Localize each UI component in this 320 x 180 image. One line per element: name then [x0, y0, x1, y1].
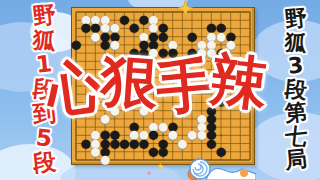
- left-banner-char: 段: [32, 149, 57, 176]
- right-banner-char: 局: [284, 147, 308, 173]
- wave-decoration: [184, 156, 256, 180]
- right-banner-char: 3: [287, 53, 305, 78]
- left-banner-char: 野: [32, 2, 57, 29]
- sparkle-icon: ✦: [156, 161, 164, 172]
- left-banner-char: 5: [35, 125, 53, 151]
- title-char: 手: [154, 53, 214, 120]
- right-banner-char: 第: [284, 100, 308, 126]
- right-banner: 野 狐 3 段 第 七 局: [285, 7, 307, 172]
- title-char: 心: [43, 53, 106, 122]
- sparkle-icon: ✦: [146, 169, 153, 178]
- star-icon: [177, 0, 194, 17]
- title-char: 狠: [99, 48, 158, 114]
- right-banner-char: 野: [284, 6, 308, 32]
- center-title: 心 狠 手 辣: [46, 50, 274, 112]
- title-char: 辣: [207, 47, 269, 115]
- right-banner-char: 狐: [284, 29, 308, 55]
- thumbnail-stage: ●●●●●●●●●●●●●●●●●●●●●●●●●●●●●●●●●●●●●●●●…: [0, 0, 320, 180]
